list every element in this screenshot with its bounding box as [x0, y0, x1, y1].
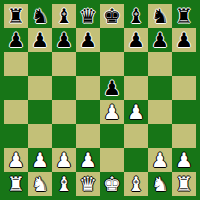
square-b6[interactable]: [28, 52, 52, 76]
square-a5[interactable]: [4, 76, 28, 100]
square-e8[interactable]: ♚: [100, 4, 124, 28]
square-e6[interactable]: [100, 52, 124, 76]
piece-black-pawn: ♟: [55, 28, 73, 52]
square-h1[interactable]: ♜: [172, 172, 196, 196]
square-a7[interactable]: ♟: [4, 28, 28, 52]
square-e5[interactable]: ♟: [100, 76, 124, 100]
square-d2[interactable]: ♟: [76, 148, 100, 172]
piece-white-pawn: ♟: [7, 148, 25, 172]
square-b2[interactable]: ♟: [28, 148, 52, 172]
piece-black-rook: ♜: [175, 4, 193, 28]
piece-black-knight: ♞: [151, 4, 169, 28]
piece-black-pawn: ♟: [79, 28, 97, 52]
square-d5[interactable]: [76, 76, 100, 100]
piece-black-rook: ♜: [7, 4, 25, 28]
square-g3[interactable]: [148, 124, 172, 148]
square-a2[interactable]: ♟: [4, 148, 28, 172]
square-b7[interactable]: ♟: [28, 28, 52, 52]
square-h6[interactable]: [172, 52, 196, 76]
square-c3[interactable]: [52, 124, 76, 148]
square-h8[interactable]: ♜: [172, 4, 196, 28]
piece-white-king: ♚: [103, 172, 121, 196]
square-d7[interactable]: ♟: [76, 28, 100, 52]
piece-black-pawn: ♟: [127, 28, 145, 52]
piece-white-rook: ♜: [7, 172, 25, 196]
square-g1[interactable]: ♞: [148, 172, 172, 196]
piece-white-pawn: ♟: [175, 148, 193, 172]
square-d6[interactable]: [76, 52, 100, 76]
square-b3[interactable]: [28, 124, 52, 148]
square-c4[interactable]: [52, 100, 76, 124]
square-h2[interactable]: ♟: [172, 148, 196, 172]
square-c1[interactable]: ♝: [52, 172, 76, 196]
square-h7[interactable]: ♟: [172, 28, 196, 52]
square-f7[interactable]: ♟: [124, 28, 148, 52]
piece-black-pawn: ♟: [151, 28, 169, 52]
piece-black-knight: ♞: [31, 4, 49, 28]
square-c7[interactable]: ♟: [52, 28, 76, 52]
piece-black-pawn: ♟: [175, 28, 193, 52]
piece-white-bishop: ♝: [55, 172, 73, 196]
square-c8[interactable]: ♝: [52, 4, 76, 28]
square-d1[interactable]: ♛: [76, 172, 100, 196]
square-f5[interactable]: [124, 76, 148, 100]
piece-white-bishop: ♝: [127, 172, 145, 196]
square-b1[interactable]: ♞: [28, 172, 52, 196]
square-f3[interactable]: [124, 124, 148, 148]
square-g2[interactable]: ♟: [148, 148, 172, 172]
square-e7[interactable]: [100, 28, 124, 52]
piece-black-pawn: ♟: [103, 76, 121, 100]
square-f8[interactable]: ♝: [124, 4, 148, 28]
piece-white-pawn: ♟: [151, 148, 169, 172]
square-e4[interactable]: ♟: [100, 100, 124, 124]
square-d4[interactable]: [76, 100, 100, 124]
piece-black-bishop: ♝: [55, 4, 73, 28]
square-g6[interactable]: [148, 52, 172, 76]
piece-black-bishop: ♝: [127, 4, 145, 28]
square-h3[interactable]: [172, 124, 196, 148]
square-a6[interactable]: [4, 52, 28, 76]
chess-board: ♜♞♝♛♚♝♞♜♟♟♟♟♟♟♟♟♟♟♟♟♟♟♟♟♜♞♝♛♚♝♞♜: [0, 0, 200, 200]
square-h4[interactable]: [172, 100, 196, 124]
piece-white-pawn: ♟: [55, 148, 73, 172]
piece-white-pawn: ♟: [103, 100, 121, 124]
square-c6[interactable]: [52, 52, 76, 76]
square-e2[interactable]: [100, 148, 124, 172]
piece-black-pawn: ♟: [7, 28, 25, 52]
square-a1[interactable]: ♜: [4, 172, 28, 196]
piece-black-queen: ♛: [79, 4, 97, 28]
square-h5[interactable]: [172, 76, 196, 100]
square-a3[interactable]: [4, 124, 28, 148]
square-g4[interactable]: [148, 100, 172, 124]
piece-white-rook: ♜: [175, 172, 193, 196]
square-a4[interactable]: [4, 100, 28, 124]
square-d8[interactable]: ♛: [76, 4, 100, 28]
piece-white-knight: ♞: [151, 172, 169, 196]
square-a8[interactable]: ♜: [4, 4, 28, 28]
piece-white-knight: ♞: [31, 172, 49, 196]
square-c2[interactable]: ♟: [52, 148, 76, 172]
piece-white-pawn: ♟: [31, 148, 49, 172]
square-c5[interactable]: [52, 76, 76, 100]
piece-white-pawn: ♟: [79, 148, 97, 172]
square-f2[interactable]: [124, 148, 148, 172]
square-b8[interactable]: ♞: [28, 4, 52, 28]
piece-white-queen: ♛: [79, 172, 97, 196]
square-f1[interactable]: ♝: [124, 172, 148, 196]
square-e1[interactable]: ♚: [100, 172, 124, 196]
piece-white-pawn: ♟: [127, 100, 145, 124]
square-f4[interactable]: ♟: [124, 100, 148, 124]
square-g5[interactable]: [148, 76, 172, 100]
square-d3[interactable]: [76, 124, 100, 148]
square-e3[interactable]: [100, 124, 124, 148]
square-b5[interactable]: [28, 76, 52, 100]
square-g8[interactable]: ♞: [148, 4, 172, 28]
piece-black-pawn: ♟: [31, 28, 49, 52]
square-g7[interactable]: ♟: [148, 28, 172, 52]
square-f6[interactable]: [124, 52, 148, 76]
piece-black-king: ♚: [103, 4, 121, 28]
square-b4[interactable]: [28, 100, 52, 124]
